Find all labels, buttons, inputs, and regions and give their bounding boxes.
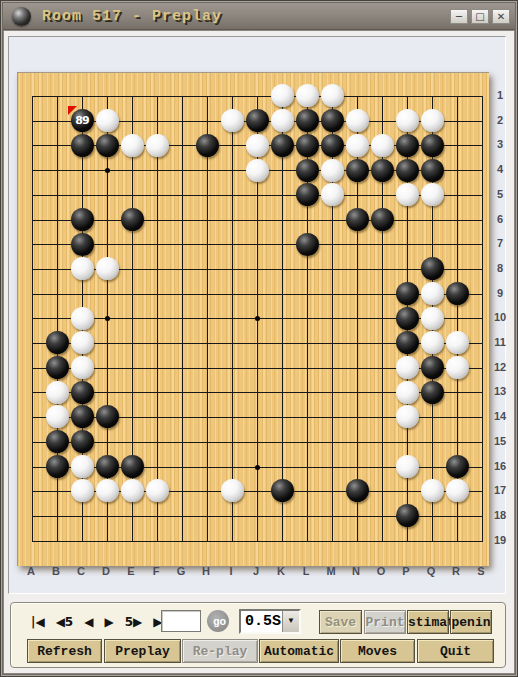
white-stone: [321, 84, 344, 107]
white-stone: [396, 455, 419, 478]
col-label: H: [198, 566, 214, 577]
black-stone: [96, 405, 119, 428]
title-bar[interactable]: Room 517 - Preplay ─ □ ✕: [3, 3, 515, 30]
board-panel: 89 ABCDEFGHIJKLMNOPQRS 12345678910111213…: [8, 36, 506, 594]
col-label: O: [373, 566, 389, 577]
black-stone: [321, 134, 344, 157]
black-stone: [196, 134, 219, 157]
white-stone: [121, 134, 144, 157]
col-label: R: [448, 566, 464, 577]
white-stone: [346, 109, 369, 132]
black-stone: 89: [71, 109, 94, 132]
white-stone: [71, 331, 94, 354]
col-label: E: [123, 566, 139, 577]
stones-grid[interactable]: 89: [20, 84, 495, 553]
black-stone: [121, 455, 144, 478]
black-stone: [71, 134, 94, 157]
row-label: 3: [492, 139, 508, 150]
row-label: 4: [492, 164, 508, 175]
row-label: 2: [492, 115, 508, 126]
white-stone: [71, 455, 94, 478]
black-stone: [296, 183, 319, 206]
col-label: L: [298, 566, 314, 577]
moves-button[interactable]: Moves: [340, 639, 415, 663]
black-stone: [421, 381, 444, 404]
white-stone: [421, 282, 444, 305]
black-stone: [296, 159, 319, 182]
white-stone: [396, 405, 419, 428]
automatic-button[interactable]: Automatic: [259, 639, 339, 663]
white-stone: [396, 109, 419, 132]
print-button[interactable]: Print: [364, 610, 406, 634]
playback-nav: |◀ ◀5 ◀ ▶ 5▶ ▶|: [31, 612, 167, 632]
quit-button[interactable]: Quit: [417, 639, 494, 663]
black-stone: [346, 159, 369, 182]
black-stone: [46, 356, 69, 379]
black-stone: [421, 257, 444, 280]
col-label: P: [398, 566, 414, 577]
app-window: Room 517 - Preplay ─ □ ✕ 89 ABCDEFGHIJKL…: [0, 0, 518, 677]
col-label: S: [473, 566, 489, 577]
maximize-button[interactable]: □: [471, 9, 489, 24]
row-label: 7: [492, 238, 508, 249]
minimize-button[interactable]: ─: [450, 9, 468, 24]
black-stone: [371, 159, 394, 182]
row-label: 6: [492, 214, 508, 225]
black-stone: [396, 331, 419, 354]
nav-back5-button[interactable]: ◀5: [56, 616, 74, 628]
row-label: 19: [492, 535, 508, 546]
white-stone: [271, 84, 294, 107]
black-stone: [121, 208, 144, 231]
delay-select[interactable]: 0.5S ▼: [239, 609, 301, 634]
col-label: A: [23, 566, 39, 577]
black-stone: [71, 233, 94, 256]
nav-forward-button[interactable]: ▶: [104, 616, 113, 628]
white-stone: [96, 479, 119, 502]
white-stone: [146, 134, 169, 157]
row-label: 17: [492, 485, 508, 496]
white-stone: [421, 307, 444, 330]
white-stone: [46, 405, 69, 428]
row-label: 11: [492, 337, 508, 348]
white-stone: [371, 134, 394, 157]
black-stone: [71, 208, 94, 231]
white-stone: [96, 257, 119, 280]
row-label: 9: [492, 288, 508, 299]
white-stone: [421, 331, 444, 354]
black-stone: [96, 134, 119, 157]
go-board[interactable]: 89: [17, 72, 489, 566]
black-stone: [421, 159, 444, 182]
row-label: 5: [492, 189, 508, 200]
col-label: M: [323, 566, 339, 577]
white-stone: [271, 109, 294, 132]
black-stone: [346, 479, 369, 502]
col-label: N: [348, 566, 364, 577]
row-label: 12: [492, 362, 508, 373]
window-controls: ─ □ ✕: [450, 9, 510, 24]
row-label: 10: [492, 312, 508, 323]
white-stone: [396, 381, 419, 404]
black-stone: [396, 282, 419, 305]
white-stone: [346, 134, 369, 157]
white-stone: [71, 356, 94, 379]
black-stone: [396, 307, 419, 330]
white-stone: [71, 257, 94, 280]
row-label: 14: [492, 411, 508, 422]
delay-value: 0.5S: [241, 611, 282, 632]
col-label: D: [98, 566, 114, 577]
opening-button[interactable]: penin: [450, 610, 492, 634]
white-stone: [421, 109, 444, 132]
white-stone: [246, 159, 269, 182]
white-stone: [396, 183, 419, 206]
white-stone: [71, 479, 94, 502]
refresh-button[interactable]: Refresh: [27, 639, 102, 663]
black-stone: [396, 504, 419, 527]
row-label: 15: [492, 436, 508, 447]
white-stone: [121, 479, 144, 502]
black-stone: [396, 159, 419, 182]
black-stone: [446, 282, 469, 305]
move-number-label: 89: [71, 109, 94, 132]
white-stone: [446, 331, 469, 354]
white-stone: [296, 84, 319, 107]
white-stone: [321, 183, 344, 206]
go-stone-app-icon: [12, 7, 31, 26]
black-stone: [321, 109, 344, 132]
black-stone: [71, 381, 94, 404]
col-label: B: [48, 566, 64, 577]
white-stone: [446, 479, 469, 502]
black-stone: [71, 430, 94, 453]
col-label: G: [173, 566, 189, 577]
save-button[interactable]: Save: [319, 610, 362, 634]
white-stone: [221, 479, 244, 502]
black-stone: [421, 134, 444, 157]
row-label: 13: [492, 386, 508, 397]
black-stone: [421, 356, 444, 379]
black-stone: [46, 430, 69, 453]
white-stone: [446, 356, 469, 379]
col-label: K: [273, 566, 289, 577]
nav-forward5-button[interactable]: 5▶: [125, 616, 143, 628]
go-button[interactable]: go: [207, 610, 229, 632]
black-stone: [271, 134, 294, 157]
client-area: 89 ABCDEFGHIJKLMNOPQRS 12345678910111213…: [4, 31, 514, 673]
col-label: Q: [423, 566, 439, 577]
white-stone: [421, 479, 444, 502]
white-stone: [71, 307, 94, 330]
black-stone: [271, 479, 294, 502]
col-label: C: [73, 566, 89, 577]
black-stone: [246, 109, 269, 132]
replay-button[interactable]: Re-play: [182, 639, 258, 663]
preplay-button[interactable]: Preplay: [104, 639, 181, 663]
black-stone: [96, 455, 119, 478]
white-stone: [321, 159, 344, 182]
estimate-button[interactable]: stimat: [407, 610, 449, 634]
white-stone: [246, 134, 269, 157]
black-stone: [371, 208, 394, 231]
white-stone: [46, 381, 69, 404]
white-stone: [146, 479, 169, 502]
close-button[interactable]: ✕: [492, 9, 510, 24]
move-number-input[interactable]: [161, 610, 201, 632]
black-stone: [296, 134, 319, 157]
white-stone: [221, 109, 244, 132]
col-label: I: [223, 566, 239, 577]
col-label: F: [148, 566, 164, 577]
black-stone: [46, 455, 69, 478]
black-stone: [396, 134, 419, 157]
row-label: 18: [492, 510, 508, 521]
col-label: J: [248, 566, 264, 577]
row-label: 16: [492, 461, 508, 472]
row-label: 8: [492, 263, 508, 274]
control-panel: |◀ ◀5 ◀ ▶ 5▶ ▶| go 0.5S ▼ Save Print sti…: [10, 602, 506, 668]
row-label: 1: [492, 90, 508, 101]
black-stone: [296, 109, 319, 132]
chevron-down-icon[interactable]: ▼: [282, 611, 299, 632]
white-stone: [96, 109, 119, 132]
white-stone: [396, 356, 419, 379]
black-stone: [71, 405, 94, 428]
nav-first-button[interactable]: |◀: [31, 616, 45, 628]
white-stone: [421, 183, 444, 206]
black-stone: [46, 331, 69, 354]
nav-back-button[interactable]: ◀: [84, 616, 93, 628]
black-stone: [296, 233, 319, 256]
black-stone: [446, 455, 469, 478]
black-stone: [346, 208, 369, 231]
window-title: Room 517 - Preplay: [42, 8, 222, 25]
